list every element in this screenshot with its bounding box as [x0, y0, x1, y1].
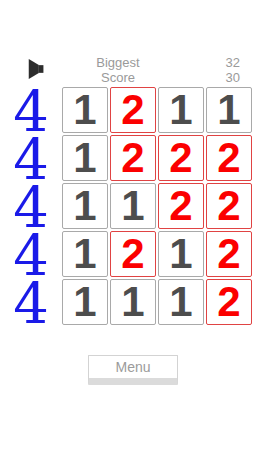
- cell-r2c3[interactable]: 2: [158, 135, 204, 181]
- cell-r3c4[interactable]: 2: [206, 183, 252, 229]
- cell-r1c1[interactable]: 1: [62, 87, 108, 133]
- cell-r1c3[interactable]: 1: [158, 87, 204, 133]
- score-values: 32 30: [226, 55, 240, 85]
- cell-r2c4[interactable]: 2: [206, 135, 252, 181]
- row-target-label-5: 4: [0, 279, 62, 327]
- cell-r3c2[interactable]: 1: [110, 183, 156, 229]
- cell-r5c1[interactable]: 1: [62, 279, 108, 325]
- row-target-labels: 44444: [0, 87, 62, 327]
- cell-r1c4[interactable]: 1: [206, 87, 252, 133]
- biggest-score-value: 32: [226, 55, 240, 70]
- cell-r5c2[interactable]: 1: [110, 279, 156, 325]
- cell-r5c4[interactable]: 2: [206, 279, 252, 325]
- cell-r1c2[interactable]: 2: [110, 87, 156, 133]
- cell-r4c2[interactable]: 2: [110, 231, 156, 277]
- cell-r3c1[interactable]: 1: [62, 183, 108, 229]
- menu-button[interactable]: Menu: [88, 355, 178, 385]
- cell-r5c3[interactable]: 1: [158, 279, 204, 325]
- cell-r4c4[interactable]: 2: [206, 231, 252, 277]
- board-grid: 12111222112212121112: [62, 87, 252, 325]
- cell-r3c3[interactable]: 2: [158, 183, 204, 229]
- biggest-score-label: Biggest Score: [62, 55, 174, 85]
- cell-r4c1[interactable]: 1: [62, 231, 108, 277]
- current-score-value: 30: [226, 70, 240, 85]
- app-screen: Biggest Score 32 30 44444 12111222112212…: [0, 0, 265, 471]
- speaker-icon-glyph: [26, 57, 48, 81]
- speaker-icon[interactable]: [26, 57, 48, 81]
- cell-r2c1[interactable]: 1: [62, 135, 108, 181]
- cell-r4c3[interactable]: 1: [158, 231, 204, 277]
- biggest-score-label-line1: Biggest: [62, 55, 174, 70]
- cell-r2c2[interactable]: 2: [110, 135, 156, 181]
- biggest-score-label-line2: Score: [62, 70, 174, 85]
